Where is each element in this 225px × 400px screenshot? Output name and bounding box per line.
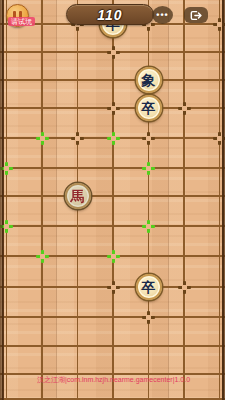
grid-line-horizontal (0, 167, 225, 168)
move-hint-marker[interactable] (107, 250, 120, 263)
trial-badge: 请试玩 (8, 17, 35, 26)
grid-line-vertical (6, 0, 7, 400)
more-icon: ••• (156, 10, 168, 20)
exit-button[interactable] (184, 7, 208, 23)
grid-line-vertical (148, 0, 149, 400)
grid-line-horizontal (0, 195, 225, 196)
point-marker (142, 132, 155, 145)
red-piece-horse[interactable]: 馬 (65, 183, 91, 209)
black-piece-elephant[interactable]: 象 (136, 67, 162, 93)
piece-character: 卒 (142, 101, 156, 115)
point-marker (107, 46, 120, 59)
grid-line-vertical (112, 0, 113, 400)
screen-edge-right (222, 0, 225, 400)
move-count-value: 110 (97, 7, 122, 23)
grid-line-vertical (41, 0, 42, 400)
move-counter: 110 (66, 4, 154, 25)
grid-line-horizontal (0, 79, 225, 80)
grid-line-vertical (219, 0, 220, 400)
piece-character: 象 (142, 73, 156, 87)
move-hint-marker[interactable] (36, 132, 49, 145)
app-screen: 请试玩 110 ••• 汉之江湖|com.lnm.hzjh.nearme.gam… (0, 0, 225, 400)
black-piece-soldier[interactable]: 卒 (136, 95, 162, 121)
point-marker (107, 281, 120, 294)
black-piece-soldier[interactable]: 卒 (136, 274, 162, 300)
exit-icon (189, 10, 203, 21)
point-marker (178, 102, 191, 115)
point-marker (142, 311, 155, 324)
move-hint-marker[interactable] (142, 162, 155, 175)
grid-line-horizontal (0, 316, 225, 317)
grid-line-horizontal (0, 225, 225, 226)
grid-line-horizontal (0, 345, 225, 346)
grid-line-vertical (183, 0, 184, 400)
piece-character: 卒 (142, 280, 156, 294)
grid-line-horizontal (0, 398, 225, 399)
watermark-text: 汉之江湖|com.lnm.hzjh.nearme.gamecenter|1.0.… (37, 375, 190, 385)
point-marker (71, 132, 84, 145)
screen-edge-left (0, 0, 3, 400)
point-marker (107, 102, 120, 115)
more-button[interactable]: ••• (152, 6, 173, 24)
point-marker (178, 281, 191, 294)
move-hint-marker[interactable] (142, 220, 155, 233)
move-hint-marker[interactable] (36, 250, 49, 263)
piece-character: 馬 (71, 189, 85, 203)
move-hint-marker[interactable] (107, 132, 120, 145)
